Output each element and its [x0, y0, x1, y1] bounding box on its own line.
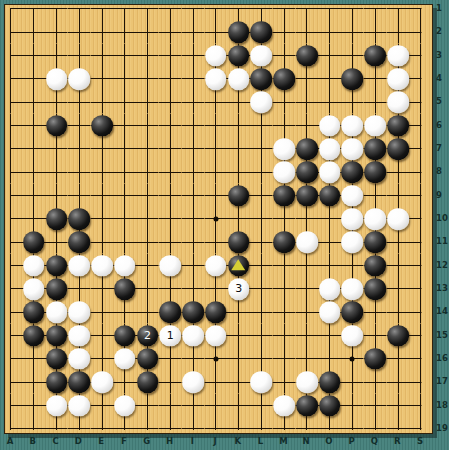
intersection-R18[interactable]: [387, 394, 410, 417]
intersection-H6[interactable]: [159, 114, 182, 137]
intersection-D18[interactable]: [68, 394, 91, 417]
white-stone-O6[interactable]: [319, 115, 341, 137]
goban[interactable]: 321: [4, 4, 433, 434]
white-stone-P6[interactable]: [342, 115, 364, 137]
intersection-I1[interactable]: [182, 4, 205, 21]
intersection-R11[interactable]: [387, 231, 410, 254]
black-stone-O17[interactable]: [319, 371, 341, 393]
intersection-D6[interactable]: [68, 114, 91, 137]
white-stone-D16[interactable]: [68, 348, 90, 370]
intersection-F4[interactable]: [113, 67, 136, 90]
intersection-K18[interactable]: [227, 394, 250, 417]
intersection-E16[interactable]: [91, 347, 114, 370]
intersection-O5[interactable]: [318, 91, 341, 114]
intersection-O2[interactable]: [318, 21, 341, 44]
white-stone-R5[interactable]: [387, 91, 409, 113]
intersection-G9[interactable]: [136, 184, 159, 207]
black-stone-M11[interactable]: [273, 231, 295, 253]
intersection-F14[interactable]: [113, 301, 136, 324]
black-stone-C13[interactable]: [46, 278, 68, 300]
white-stone-F18[interactable]: [114, 395, 136, 417]
intersection-Q18[interactable]: [364, 394, 387, 417]
intersection-E4[interactable]: [91, 67, 114, 90]
intersection-G7[interactable]: [136, 137, 159, 160]
intersection-K8[interactable]: [227, 161, 250, 184]
black-stone-L4[interactable]: [251, 68, 273, 90]
intersection-Q15[interactable]: [364, 324, 387, 347]
intersection-C13[interactable]: [45, 277, 68, 300]
intersection-O15[interactable]: [318, 324, 341, 347]
intersection-Q14[interactable]: [364, 301, 387, 324]
white-stone-K4[interactable]: [228, 68, 250, 90]
black-stone-F15[interactable]: [114, 325, 136, 347]
intersection-F15[interactable]: [113, 324, 136, 347]
intersection-R14[interactable]: [387, 301, 410, 324]
intersection-C3[interactable]: [45, 44, 68, 67]
intersection-B8[interactable]: [22, 161, 45, 184]
intersection-I6[interactable]: [182, 114, 205, 137]
white-stone-E12[interactable]: [91, 255, 113, 277]
intersection-O6[interactable]: [318, 114, 341, 137]
black-stone-Q12[interactable]: [364, 255, 386, 277]
intersection-G8[interactable]: [136, 161, 159, 184]
intersection-O14[interactable]: [318, 301, 341, 324]
intersection-N10[interactable]: [296, 207, 319, 230]
intersection-D17[interactable]: [68, 371, 91, 394]
intersection-S3[interactable]: [409, 44, 432, 67]
intersection-H2[interactable]: [159, 21, 182, 44]
intersection-J12[interactable]: [205, 254, 228, 277]
intersection-C8[interactable]: [45, 161, 68, 184]
intersection-E17[interactable]: [91, 371, 114, 394]
intersection-K13[interactable]: 3: [227, 277, 250, 300]
intersection-H14[interactable]: [159, 301, 182, 324]
intersection-S6[interactable]: [409, 114, 432, 137]
intersection-G14[interactable]: [136, 301, 159, 324]
intersection-D9[interactable]: [68, 184, 91, 207]
intersection-B3[interactable]: [22, 44, 45, 67]
black-stone-C10[interactable]: [46, 208, 68, 230]
intersection-F8[interactable]: [113, 161, 136, 184]
intersection-N12[interactable]: [296, 254, 319, 277]
black-stone-F13[interactable]: [114, 278, 136, 300]
white-stone-H12[interactable]: [160, 255, 182, 277]
black-stone-B14[interactable]: [23, 301, 45, 323]
intersection-A13[interactable]: [4, 277, 22, 300]
black-stone-M4[interactable]: [273, 68, 295, 90]
intersection-Q6[interactable]: [364, 114, 387, 137]
black-stone-K12[interactable]: [228, 255, 250, 277]
intersection-J19[interactable]: [205, 417, 228, 434]
intersection-A16[interactable]: [4, 347, 22, 370]
intersection-Q9[interactable]: [364, 184, 387, 207]
intersection-A8[interactable]: [4, 161, 22, 184]
intersection-Q5[interactable]: [364, 91, 387, 114]
intersection-L14[interactable]: [250, 301, 273, 324]
intersection-A3[interactable]: [4, 44, 22, 67]
intersection-F19[interactable]: [113, 417, 136, 434]
intersection-A2[interactable]: [4, 21, 22, 44]
intersection-N18[interactable]: [296, 394, 319, 417]
intersection-O7[interactable]: [318, 137, 341, 160]
intersection-H4[interactable]: [159, 67, 182, 90]
intersection-K19[interactable]: [227, 417, 250, 434]
white-stone-C18[interactable]: [46, 395, 68, 417]
intersection-N13[interactable]: [296, 277, 319, 300]
intersection-L1[interactable]: [250, 4, 273, 21]
intersection-L9[interactable]: [250, 184, 273, 207]
intersection-S18[interactable]: [409, 394, 432, 417]
intersection-C16[interactable]: [45, 347, 68, 370]
intersection-M2[interactable]: [273, 21, 296, 44]
intersection-I13[interactable]: [182, 277, 205, 300]
white-stone-H15[interactable]: 1: [160, 325, 182, 347]
intersection-H17[interactable]: [159, 371, 182, 394]
intersection-E18[interactable]: [91, 394, 114, 417]
white-stone-P15[interactable]: [342, 325, 364, 347]
intersection-C6[interactable]: [45, 114, 68, 137]
intersection-N9[interactable]: [296, 184, 319, 207]
intersection-D4[interactable]: [68, 67, 91, 90]
intersection-G11[interactable]: [136, 231, 159, 254]
intersection-H5[interactable]: [159, 91, 182, 114]
white-stone-O7[interactable]: [319, 138, 341, 160]
intersection-I4[interactable]: [182, 67, 205, 90]
black-stone-N9[interactable]: [296, 185, 318, 207]
intersection-H18[interactable]: [159, 394, 182, 417]
intersection-K3[interactable]: [227, 44, 250, 67]
intersection-D12[interactable]: [68, 254, 91, 277]
intersection-L16[interactable]: [250, 347, 273, 370]
white-stone-E17[interactable]: [91, 371, 113, 393]
black-stone-N3[interactable]: [296, 45, 318, 67]
intersection-M11[interactable]: [273, 231, 296, 254]
intersection-S7[interactable]: [409, 137, 432, 160]
intersection-Q11[interactable]: [364, 231, 387, 254]
intersection-E19[interactable]: [91, 417, 114, 434]
intersection-H8[interactable]: [159, 161, 182, 184]
intersection-I11[interactable]: [182, 231, 205, 254]
intersection-P16[interactable]: [341, 347, 364, 370]
intersection-D16[interactable]: [68, 347, 91, 370]
intersection-C14[interactable]: [45, 301, 68, 324]
intersection-O16[interactable]: [318, 347, 341, 370]
black-stone-M9[interactable]: [273, 185, 295, 207]
black-stone-E6[interactable]: [91, 115, 113, 137]
intersection-O4[interactable]: [318, 67, 341, 90]
intersection-E5[interactable]: [91, 91, 114, 114]
intersection-A19[interactable]: [4, 417, 22, 434]
intersection-L4[interactable]: [250, 67, 273, 90]
intersection-R19[interactable]: [387, 417, 410, 434]
intersection-M4[interactable]: [273, 67, 296, 90]
intersection-J4[interactable]: [205, 67, 228, 90]
intersection-R3[interactable]: [387, 44, 410, 67]
intersection-S19[interactable]: [409, 417, 432, 434]
intersection-L18[interactable]: [250, 394, 273, 417]
intersection-K4[interactable]: [227, 67, 250, 90]
white-stone-J12[interactable]: [205, 255, 227, 277]
intersection-Q12[interactable]: [364, 254, 387, 277]
intersection-R9[interactable]: [387, 184, 410, 207]
black-stone-N8[interactable]: [296, 161, 318, 183]
intersection-A10[interactable]: [4, 207, 22, 230]
intersection-K10[interactable]: [227, 207, 250, 230]
intersection-I7[interactable]: [182, 137, 205, 160]
intersection-P7[interactable]: [341, 137, 364, 160]
intersection-R12[interactable]: [387, 254, 410, 277]
white-stone-P9[interactable]: [342, 185, 364, 207]
intersection-P10[interactable]: [341, 207, 364, 230]
intersection-F18[interactable]: [113, 394, 136, 417]
black-stone-C17[interactable]: [46, 371, 68, 393]
intersection-R13[interactable]: [387, 277, 410, 300]
intersection-C2[interactable]: [45, 21, 68, 44]
intersection-L13[interactable]: [250, 277, 273, 300]
intersection-M13[interactable]: [273, 277, 296, 300]
intersection-A5[interactable]: [4, 91, 22, 114]
intersection-I8[interactable]: [182, 161, 205, 184]
intersection-R17[interactable]: [387, 371, 410, 394]
black-stone-I14[interactable]: [182, 301, 204, 323]
black-stone-O18[interactable]: [319, 395, 341, 417]
white-stone-I17[interactable]: [182, 371, 204, 393]
white-stone-M7[interactable]: [273, 138, 295, 160]
white-stone-P10[interactable]: [342, 208, 364, 230]
intersection-G2[interactable]: [136, 21, 159, 44]
intersection-Q3[interactable]: [364, 44, 387, 67]
intersection-K7[interactable]: [227, 137, 250, 160]
intersection-P1[interactable]: [341, 4, 364, 21]
intersection-O10[interactable]: [318, 207, 341, 230]
intersection-A14[interactable]: [4, 301, 22, 324]
black-stone-D17[interactable]: [68, 371, 90, 393]
black-stone-K2[interactable]: [228, 22, 250, 44]
white-stone-Q10[interactable]: [364, 208, 386, 230]
intersection-K16[interactable]: [227, 347, 250, 370]
intersection-H1[interactable]: [159, 4, 182, 21]
black-stone-R7[interactable]: [387, 138, 409, 160]
intersection-N11[interactable]: [296, 231, 319, 254]
intersection-R2[interactable]: [387, 21, 410, 44]
black-stone-C16[interactable]: [46, 348, 68, 370]
intersection-I16[interactable]: [182, 347, 205, 370]
white-stone-F12[interactable]: [114, 255, 136, 277]
intersection-K1[interactable]: [227, 4, 250, 21]
intersection-S10[interactable]: [409, 207, 432, 230]
black-stone-Q7[interactable]: [364, 138, 386, 160]
intersection-J3[interactable]: [205, 44, 228, 67]
intersection-O17[interactable]: [318, 371, 341, 394]
intersection-N19[interactable]: [296, 417, 319, 434]
intersection-D15[interactable]: [68, 324, 91, 347]
intersection-O8[interactable]: [318, 161, 341, 184]
intersection-P19[interactable]: [341, 417, 364, 434]
intersection-J1[interactable]: [205, 4, 228, 21]
white-stone-C14[interactable]: [46, 301, 68, 323]
white-stone-C4[interactable]: [46, 68, 68, 90]
white-stone-B13[interactable]: [23, 278, 45, 300]
black-stone-Q3[interactable]: [364, 45, 386, 67]
intersection-P4[interactable]: [341, 67, 364, 90]
intersection-R5[interactable]: [387, 91, 410, 114]
intersection-G12[interactable]: [136, 254, 159, 277]
intersection-L5[interactable]: [250, 91, 273, 114]
intersection-C18[interactable]: [45, 394, 68, 417]
intersection-O13[interactable]: [318, 277, 341, 300]
intersection-G18[interactable]: [136, 394, 159, 417]
intersection-D7[interactable]: [68, 137, 91, 160]
black-stone-N7[interactable]: [296, 138, 318, 160]
intersection-N1[interactable]: [296, 4, 319, 21]
black-stone-H14[interactable]: [160, 301, 182, 323]
intersection-D11[interactable]: [68, 231, 91, 254]
white-stone-P13[interactable]: [342, 278, 364, 300]
white-stone-I15[interactable]: [182, 325, 204, 347]
intersection-B18[interactable]: [22, 394, 45, 417]
intersection-F1[interactable]: [113, 4, 136, 21]
intersection-N17[interactable]: [296, 371, 319, 394]
white-stone-L5[interactable]: [251, 91, 273, 113]
intersection-P17[interactable]: [341, 371, 364, 394]
intersection-J18[interactable]: [205, 394, 228, 417]
intersection-H3[interactable]: [159, 44, 182, 67]
intersection-E14[interactable]: [91, 301, 114, 324]
intersection-N4[interactable]: [296, 67, 319, 90]
intersection-F10[interactable]: [113, 207, 136, 230]
intersection-L11[interactable]: [250, 231, 273, 254]
intersection-H16[interactable]: [159, 347, 182, 370]
black-stone-D10[interactable]: [68, 208, 90, 230]
intersection-B14[interactable]: [22, 301, 45, 324]
intersection-E12[interactable]: [91, 254, 114, 277]
intersection-L17[interactable]: [250, 371, 273, 394]
black-stone-G16[interactable]: [137, 348, 159, 370]
black-stone-K9[interactable]: [228, 185, 250, 207]
intersection-J14[interactable]: [205, 301, 228, 324]
intersection-J11[interactable]: [205, 231, 228, 254]
white-stone-J4[interactable]: [205, 68, 227, 90]
intersection-Q19[interactable]: [364, 417, 387, 434]
intersection-A7[interactable]: [4, 137, 22, 160]
intersection-B1[interactable]: [22, 4, 45, 21]
intersection-K12[interactable]: [227, 254, 250, 277]
intersection-R7[interactable]: [387, 137, 410, 160]
black-stone-Q16[interactable]: [364, 348, 386, 370]
intersection-P8[interactable]: [341, 161, 364, 184]
black-stone-G17[interactable]: [137, 371, 159, 393]
black-stone-O9[interactable]: [319, 185, 341, 207]
intersection-J5[interactable]: [205, 91, 228, 114]
intersection-H7[interactable]: [159, 137, 182, 160]
white-stone-K13[interactable]: 3: [228, 278, 250, 300]
intersection-Q8[interactable]: [364, 161, 387, 184]
intersection-S15[interactable]: [409, 324, 432, 347]
intersection-C10[interactable]: [45, 207, 68, 230]
intersection-K15[interactable]: [227, 324, 250, 347]
intersection-S2[interactable]: [409, 21, 432, 44]
intersection-K9[interactable]: [227, 184, 250, 207]
intersection-P12[interactable]: [341, 254, 364, 277]
black-stone-R15[interactable]: [387, 325, 409, 347]
intersection-M19[interactable]: [273, 417, 296, 434]
black-stone-J14[interactable]: [205, 301, 227, 323]
intersection-B4[interactable]: [22, 67, 45, 90]
intersection-F16[interactable]: [113, 347, 136, 370]
intersection-D2[interactable]: [68, 21, 91, 44]
intersection-O11[interactable]: [318, 231, 341, 254]
intersection-S5[interactable]: [409, 91, 432, 114]
white-stone-P7[interactable]: [342, 138, 364, 160]
intersection-M6[interactable]: [273, 114, 296, 137]
intersection-E13[interactable]: [91, 277, 114, 300]
intersection-I14[interactable]: [182, 301, 205, 324]
intersection-M15[interactable]: [273, 324, 296, 347]
intersection-S11[interactable]: [409, 231, 432, 254]
intersection-D19[interactable]: [68, 417, 91, 434]
white-stone-L3[interactable]: [251, 45, 273, 67]
intersection-C1[interactable]: [45, 4, 68, 21]
intersection-Q16[interactable]: [364, 347, 387, 370]
intersection-Q10[interactable]: [364, 207, 387, 230]
intersection-C11[interactable]: [45, 231, 68, 254]
intersection-A17[interactable]: [4, 371, 22, 394]
intersection-K14[interactable]: [227, 301, 250, 324]
intersection-J2[interactable]: [205, 21, 228, 44]
intersection-I15[interactable]: [182, 324, 205, 347]
intersection-G6[interactable]: [136, 114, 159, 137]
intersection-C15[interactable]: [45, 324, 68, 347]
intersection-I19[interactable]: [182, 417, 205, 434]
white-stone-O13[interactable]: [319, 278, 341, 300]
intersection-M14[interactable]: [273, 301, 296, 324]
intersection-S14[interactable]: [409, 301, 432, 324]
intersection-B17[interactable]: [22, 371, 45, 394]
intersection-P9[interactable]: [341, 184, 364, 207]
intersection-P13[interactable]: [341, 277, 364, 300]
intersection-G16[interactable]: [136, 347, 159, 370]
intersection-G3[interactable]: [136, 44, 159, 67]
black-stone-N18[interactable]: [296, 395, 318, 417]
intersection-B7[interactable]: [22, 137, 45, 160]
intersection-G19[interactable]: [136, 417, 159, 434]
intersection-M17[interactable]: [273, 371, 296, 394]
intersection-K5[interactable]: [227, 91, 250, 114]
intersection-L15[interactable]: [250, 324, 273, 347]
intersection-D3[interactable]: [68, 44, 91, 67]
intersection-A12[interactable]: [4, 254, 22, 277]
intersection-H12[interactable]: [159, 254, 182, 277]
intersection-R4[interactable]: [387, 67, 410, 90]
white-stone-D15[interactable]: [68, 325, 90, 347]
intersection-J15[interactable]: [205, 324, 228, 347]
intersection-B13[interactable]: [22, 277, 45, 300]
intersection-D8[interactable]: [68, 161, 91, 184]
intersection-O18[interactable]: [318, 394, 341, 417]
intersection-L19[interactable]: [250, 417, 273, 434]
intersection-I5[interactable]: [182, 91, 205, 114]
intersection-M16[interactable]: [273, 347, 296, 370]
intersection-H15[interactable]: 1: [159, 324, 182, 347]
intersection-F6[interactable]: [113, 114, 136, 137]
intersection-J16[interactable]: [205, 347, 228, 370]
intersection-I10[interactable]: [182, 207, 205, 230]
intersection-A4[interactable]: [4, 67, 22, 90]
white-stone-D12[interactable]: [68, 255, 90, 277]
black-stone-Q11[interactable]: [364, 231, 386, 253]
black-stone-C6[interactable]: [46, 115, 68, 137]
intersection-K17[interactable]: [227, 371, 250, 394]
